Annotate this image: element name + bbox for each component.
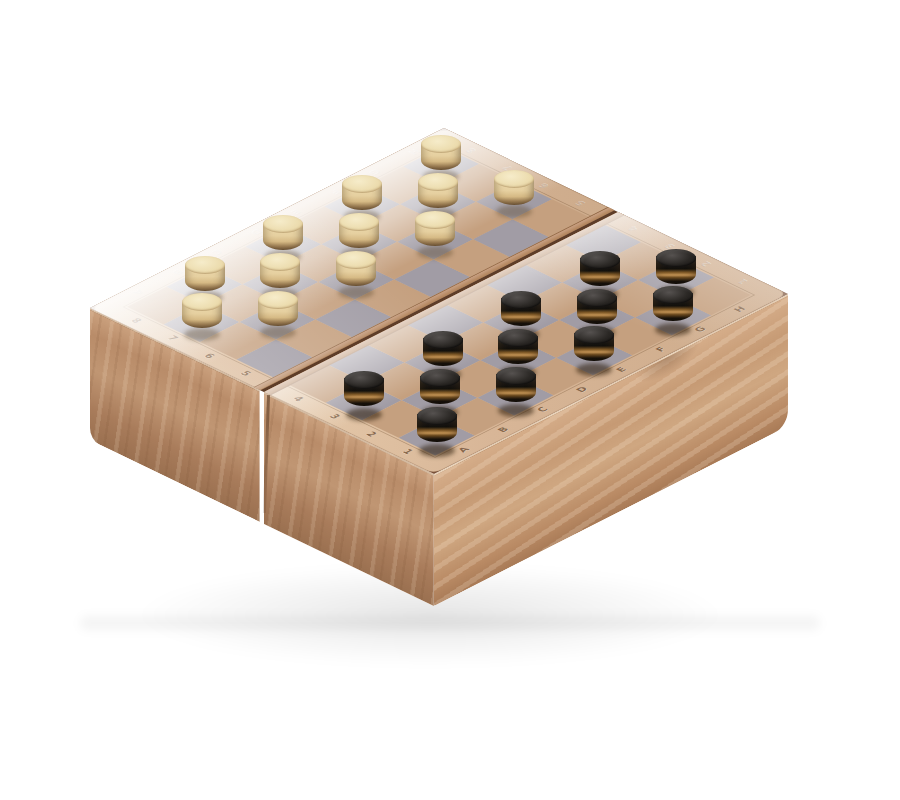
piece-reflection [417, 246, 453, 259]
piece-top [498, 329, 538, 347]
piece-reflection [419, 444, 455, 457]
piece-top [577, 289, 617, 307]
piece-top [418, 173, 458, 191]
piece-top [258, 291, 298, 309]
piece-reflection [260, 326, 296, 339]
piece-reflection [655, 323, 691, 336]
piece-top [415, 211, 455, 229]
light-checker-piece-d6[interactable] [336, 250, 376, 304]
piece-top [496, 367, 536, 385]
pieces-layer [0, 0, 900, 800]
piece-reflection [576, 363, 612, 376]
light-checker-piece-b6[interactable] [258, 290, 298, 344]
piece-reflection [346, 408, 382, 421]
piece-reflection [338, 286, 374, 299]
piece-reflection [498, 404, 534, 417]
dark-checker-piece-a1[interactable] [417, 406, 457, 460]
product-photo-stage: 88776655ABCDEFGH 44332211ABCDEFGH [0, 0, 900, 800]
light-checker-piece-h6[interactable] [494, 169, 534, 223]
piece-top [185, 256, 225, 274]
piece-reflection [496, 205, 532, 218]
dark-checker-piece-g1[interactable] [653, 285, 693, 339]
dark-checker-piece-a3[interactable] [344, 370, 384, 424]
piece-top [336, 251, 376, 269]
dark-checker-piece-c1[interactable] [496, 366, 536, 420]
light-checker-piece-f6[interactable] [415, 210, 455, 264]
piece-top [417, 407, 457, 425]
piece-top [420, 369, 460, 387]
light-checker-piece-a7[interactable] [182, 292, 222, 346]
piece-top [182, 293, 222, 311]
piece-reflection [184, 328, 220, 341]
dark-checker-piece-e1[interactable] [574, 325, 614, 379]
piece-top [656, 249, 696, 267]
